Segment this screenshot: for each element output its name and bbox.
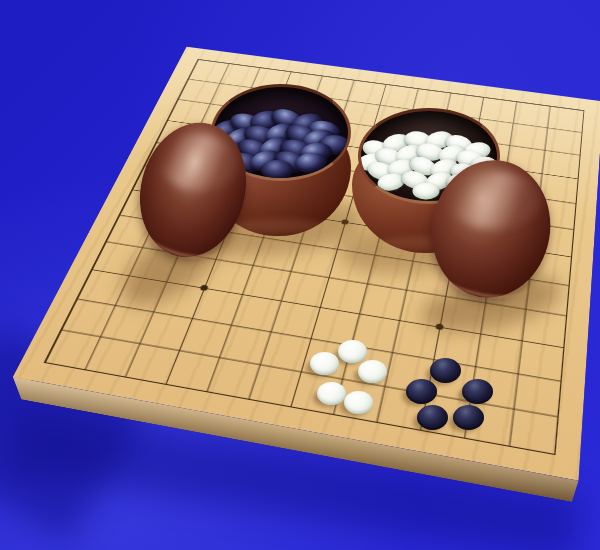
black-stone[interactable] [417,405,448,430]
white-stone[interactable] [358,360,387,383]
white-stone[interactable] [344,391,373,414]
black-stone[interactable] [406,379,437,404]
black-stone[interactable] [453,405,484,430]
bowl-stone-black[interactable] [261,160,293,180]
go-set-photo [0,0,600,550]
star-point [199,284,208,291]
black-stone[interactable] [430,358,461,383]
white-stone[interactable] [338,340,367,363]
white-stone[interactable] [310,352,339,375]
white-stone[interactable] [317,382,346,405]
bowl-stone-white[interactable] [413,182,440,199]
black-stone[interactable] [462,379,493,404]
